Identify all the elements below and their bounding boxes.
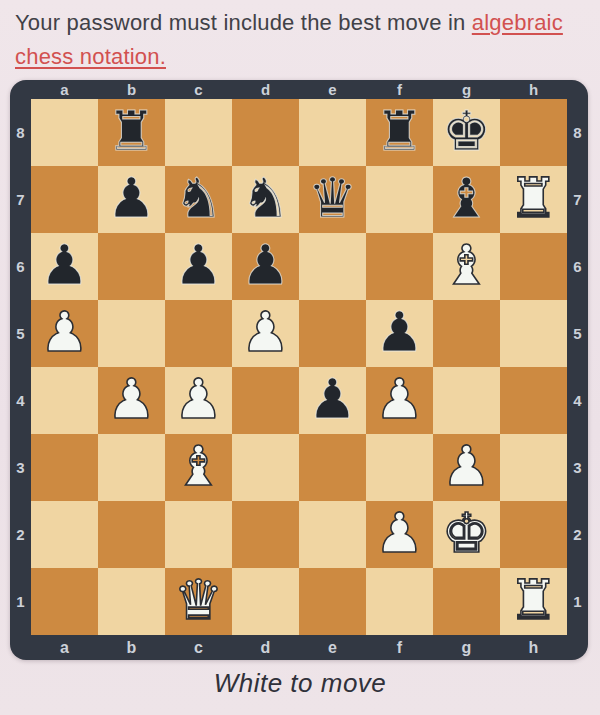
file-label-h: h [500,80,567,99]
rank-label-4: 4 [567,367,588,434]
square-a6: ♟ [31,233,98,300]
square-b5 [98,300,165,367]
piece-white-bishop: ♝ [442,233,491,299]
square-b6 [98,233,165,300]
square-a7 [31,166,98,233]
file-label-g: g [433,635,500,660]
square-g8: ♚ [433,99,500,166]
square-g2: ♚ [433,501,500,568]
file-label-e: e [299,635,366,660]
file-label-d: d [232,635,299,660]
rank-label-5: 5 [10,300,31,367]
square-c5 [165,300,232,367]
rank-label-2: 2 [10,501,31,568]
square-a4 [31,367,98,434]
square-h4 [500,367,567,434]
rank-label-7: 7 [10,166,31,233]
algebraic-notation-link-line2[interactable]: chess notation. [15,44,166,69]
square-g3: ♟ [433,434,500,501]
square-d5: ♟ [232,300,299,367]
file-label-a: a [31,80,98,99]
square-e5 [299,300,366,367]
file-label-b: b [98,635,165,660]
file-label-b: b [98,80,165,99]
square-g6: ♝ [433,233,500,300]
square-b8: ♜ [98,99,165,166]
piece-white-queen: ♛ [174,568,223,634]
chess-board-frame: abcdefgh abcdefgh 87654321 87654321 ♜♜♚♟… [10,80,588,660]
square-c2 [165,501,232,568]
square-e1 [299,568,366,635]
square-h2 [500,501,567,568]
rank-label-3: 3 [567,434,588,501]
piece-white-pawn: ♟ [107,367,156,433]
square-f6 [366,233,433,300]
square-e4: ♟ [299,367,366,434]
square-f5: ♟ [366,300,433,367]
side-to-move-caption: White to move [0,668,600,699]
square-e8 [299,99,366,166]
piece-white-pawn: ♟ [241,300,290,366]
rank-label-8: 8 [10,99,31,166]
square-b4: ♟ [98,367,165,434]
piece-white-rook: ♜ [509,166,558,232]
piece-black-knight: ♞ [174,166,223,232]
piece-white-rook: ♜ [509,568,558,634]
chess-board: ♜♜♚♟♞♞♛♝♜♟♟♟♝♟♟♟♟♟♟♟♝♟♟♚♛♜ [31,99,567,635]
square-h6 [500,233,567,300]
square-d6: ♟ [232,233,299,300]
rank-label-6: 6 [10,233,31,300]
piece-white-king: ♚ [442,501,491,567]
square-b1 [98,568,165,635]
square-b2 [98,501,165,568]
file-label-c: c [165,635,232,660]
square-d2 [232,501,299,568]
square-h5 [500,300,567,367]
piece-black-king: ♚ [442,99,491,165]
square-c1: ♛ [165,568,232,635]
file-label-h: h [500,635,567,660]
file-label-a: a [31,635,98,660]
file-labels-bottom: abcdefgh [31,635,567,660]
square-d4 [232,367,299,434]
square-a3 [31,434,98,501]
rank-label-7: 7 [567,166,588,233]
square-h1: ♜ [500,568,567,635]
rank-label-6: 6 [567,233,588,300]
rank-label-5: 5 [567,300,588,367]
piece-white-pawn: ♟ [174,367,223,433]
file-label-c: c [165,80,232,99]
rank-label-4: 4 [10,367,31,434]
rank-labels-right: 87654321 [567,99,588,635]
square-g1 [433,568,500,635]
square-f3 [366,434,433,501]
rank-label-8: 8 [567,99,588,166]
square-c6: ♟ [165,233,232,300]
square-d7: ♞ [232,166,299,233]
square-d8 [232,99,299,166]
square-f7 [366,166,433,233]
file-label-d: d [232,80,299,99]
square-e7: ♛ [299,166,366,233]
file-label-f: f [366,635,433,660]
file-label-f: f [366,80,433,99]
square-c4: ♟ [165,367,232,434]
prompt-line-2: chess notation. [15,40,590,74]
rank-label-2: 2 [567,501,588,568]
algebraic-notation-link[interactable]: algebraic [472,10,563,35]
piece-black-bishop: ♝ [442,166,491,232]
square-f2: ♟ [366,501,433,568]
piece-white-bishop: ♝ [174,434,223,500]
piece-black-queen: ♛ [308,166,357,232]
square-f4: ♟ [366,367,433,434]
square-h3 [500,434,567,501]
square-g7: ♝ [433,166,500,233]
piece-black-rook: ♜ [375,99,424,165]
piece-black-pawn: ♟ [308,367,357,433]
rank-label-1: 1 [10,568,31,635]
prompt-line-1: Your password must include the best move… [15,6,590,40]
piece-white-pawn: ♟ [375,367,424,433]
prompt-text: Your password must include the best move… [15,10,472,35]
piece-white-pawn: ♟ [40,300,89,366]
file-label-g: g [433,80,500,99]
piece-black-rook: ♜ [107,99,156,165]
piece-black-pawn: ♟ [375,300,424,366]
square-c3: ♝ [165,434,232,501]
piece-black-knight: ♞ [241,166,290,232]
square-e3 [299,434,366,501]
rank-label-1: 1 [567,568,588,635]
piece-black-pawn: ♟ [107,166,156,232]
piece-black-pawn: ♟ [174,233,223,299]
square-b7: ♟ [98,166,165,233]
square-a5: ♟ [31,300,98,367]
square-f1 [366,568,433,635]
square-a8 [31,99,98,166]
file-label-e: e [299,80,366,99]
piece-black-pawn: ♟ [241,233,290,299]
square-c8 [165,99,232,166]
square-e2 [299,501,366,568]
file-labels-top: abcdefgh [31,80,567,99]
square-a1 [31,568,98,635]
square-h7: ♜ [500,166,567,233]
piece-white-pawn: ♟ [442,434,491,500]
piece-white-pawn: ♟ [375,501,424,567]
square-e6 [299,233,366,300]
square-d1 [232,568,299,635]
square-h8 [500,99,567,166]
square-g5 [433,300,500,367]
rank-labels-left: 87654321 [10,99,31,635]
square-f8: ♜ [366,99,433,166]
square-a2 [31,501,98,568]
rank-label-3: 3 [10,434,31,501]
square-c7: ♞ [165,166,232,233]
square-g4 [433,367,500,434]
square-d3 [232,434,299,501]
password-rule-text: Your password must include the best move… [15,6,590,74]
square-b3 [98,434,165,501]
piece-black-pawn: ♟ [40,233,89,299]
